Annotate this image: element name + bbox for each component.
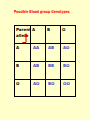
col-header-b: B [46,26,60,43]
cell-aa: AA [31,44,45,61]
cell-ao-left: AO [31,80,45,96]
col-header-o: O [61,26,75,43]
row-header-o: O [15,80,30,96]
cell-bo-top: BO [61,62,75,79]
row-header-b: B [15,62,30,79]
page-title: Possible Blood group Genotypes [14,9,70,14]
cell-ao-top: AO [61,44,75,61]
cell-bo-left: BO [46,80,60,96]
corner-cell-parent-allele: Parent allele [15,26,30,43]
up-elbow-arrow-icon [22,33,28,43]
row-header-a: A [15,44,30,61]
cell-ab-top: AB [46,44,60,61]
cell-oo: OO [61,80,75,96]
col-header-a: A [31,26,45,43]
punnett-square-grid: Parent allele A B O A AA AB AO B AB BB B… [14,25,76,97]
cell-bb: BB [46,62,60,79]
cell-ab-left: AB [31,62,45,79]
